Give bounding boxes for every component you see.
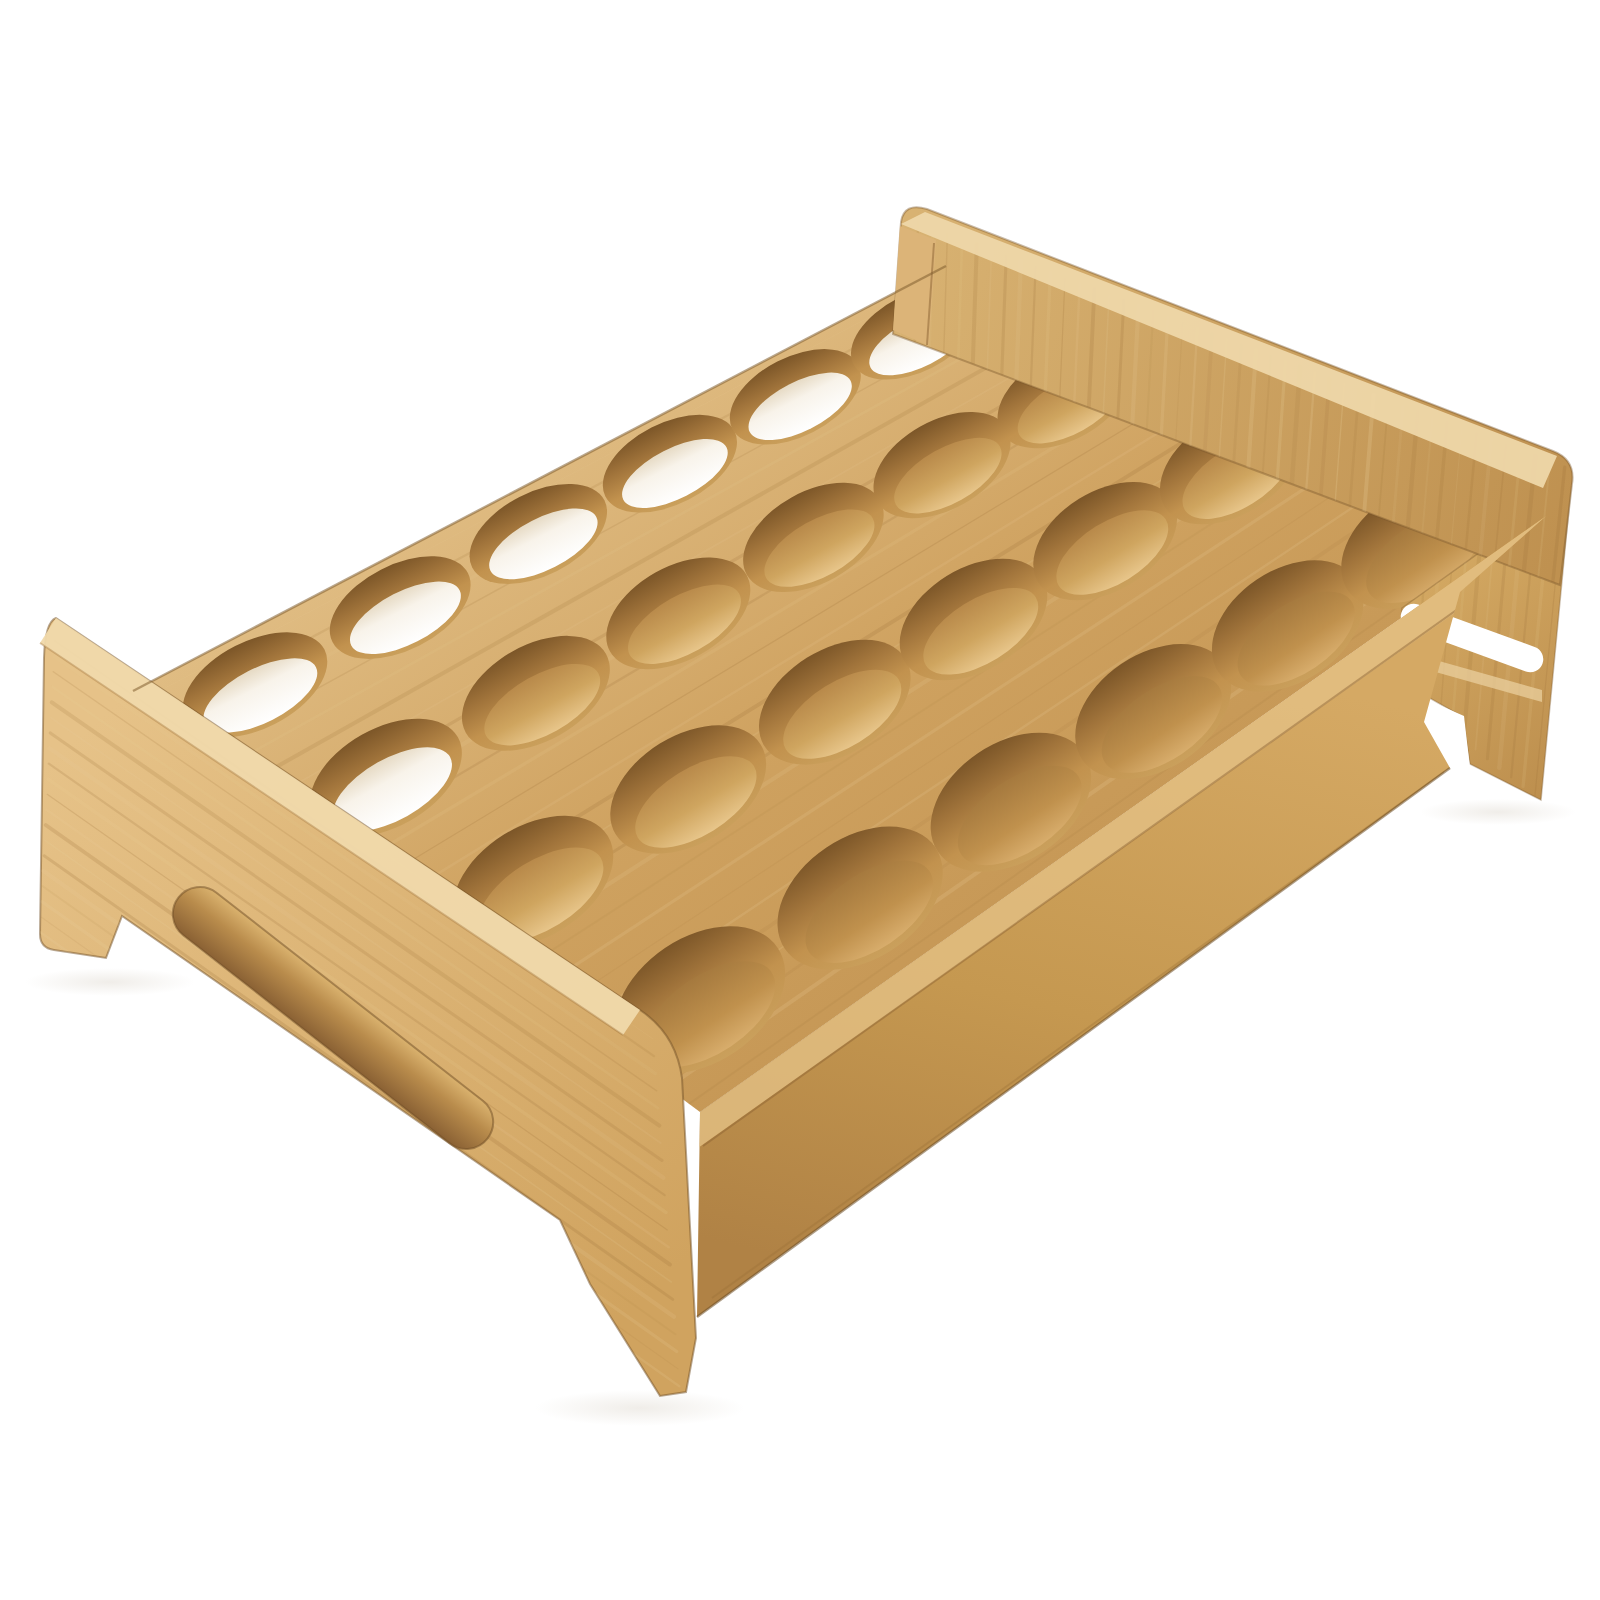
shadow-right-leg — [1420, 799, 1576, 825]
far-panel-end-cap — [893, 226, 936, 346]
photo-stage — [0, 0, 1600, 1600]
bamboo-rack-photo — [0, 0, 1600, 1600]
shadow-front-foot — [535, 1390, 745, 1426]
shadow-left-foot — [25, 968, 195, 996]
